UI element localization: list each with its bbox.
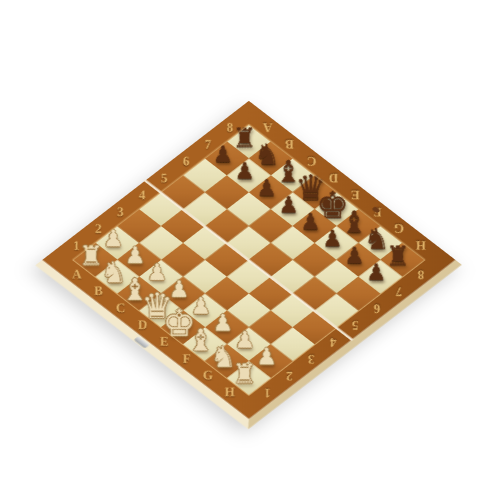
piece-dark-pawn[interactable]: ♟ — [213, 143, 234, 166]
piece-dark-pawn[interactable]: ♟ — [366, 261, 387, 284]
rank-label-text: 3 — [117, 204, 124, 220]
piece-light-pawn[interactable]: ♟ — [103, 227, 124, 250]
photo-background: ABCDEFGH8♜♞♝♛♚♝♞♜87♟♟♟♟♟♟♟♟7665544332♟♟♟… — [0, 0, 500, 500]
rank-label-text: 6 — [183, 153, 190, 169]
rank-label-text: 4 — [139, 187, 146, 203]
rank-label-text: 4 — [330, 334, 337, 350]
rank-label-text: 6 — [374, 300, 381, 316]
rank-label-text: 2 — [95, 221, 102, 237]
piece-dark-pawn[interactable]: ♟ — [322, 227, 343, 250]
file-label-text: E — [160, 334, 169, 350]
piece-dark-pawn[interactable]: ♟ — [344, 244, 365, 267]
rank-label-text: 7 — [396, 283, 403, 299]
piece-light-pawn[interactable]: ♟ — [125, 244, 146, 267]
file-label-text: E — [351, 187, 360, 203]
piece-light-rook[interactable]: ♜ — [233, 360, 257, 387]
piece-light-pawn[interactable]: ♟ — [213, 312, 234, 335]
piece-light-pawn[interactable]: ♟ — [256, 346, 277, 369]
piece-dark-pawn[interactable]: ♟ — [256, 177, 277, 200]
rank-label-text: 7 — [205, 136, 212, 152]
piece-light-pawn[interactable]: ♟ — [235, 329, 256, 352]
file-label-text: A — [72, 266, 81, 282]
file-label-text: B — [285, 136, 294, 152]
file-label-text: G — [394, 221, 404, 237]
rank-label-text: 2 — [286, 368, 293, 384]
rank-label-text: 1 — [264, 384, 271, 400]
file-label-text: G — [203, 368, 213, 384]
chess-board: ABCDEFGH8♜♞♝♛♚♝♞♜87♟♟♟♟♟♟♟♟7665544332♟♟♟… — [35, 101, 461, 429]
rank-label-text: 8 — [418, 266, 425, 282]
rank-label-text: 3 — [308, 351, 315, 367]
file-label-text: A — [263, 119, 272, 135]
file-label-text: H — [416, 237, 426, 253]
piece-light-pawn[interactable]: ♟ — [147, 261, 168, 284]
file-label-text: B — [94, 283, 103, 299]
file-label-text: F — [182, 351, 190, 367]
file-label-text: H — [225, 384, 235, 400]
piece-dark-pawn[interactable]: ♟ — [235, 160, 256, 183]
rank-label-text: 5 — [352, 317, 359, 333]
rank-label-text: 5 — [161, 170, 168, 186]
file-label-text: C — [116, 300, 125, 316]
piece-dark-rook[interactable]: ♜ — [386, 242, 410, 269]
file-label-text: D — [138, 317, 147, 333]
piece-dark-pawn[interactable]: ♟ — [300, 211, 321, 234]
file-label-text: C — [307, 153, 316, 169]
piece-dark-pawn[interactable]: ♟ — [278, 194, 299, 217]
